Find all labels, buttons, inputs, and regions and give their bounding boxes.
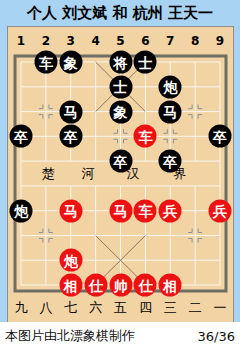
piece-black-horse: 马 [159,100,182,123]
file-label-bottom-4: 六 [89,299,102,317]
piece-red-soldier: 兵 [159,199,182,222]
file-label-top-6: 6 [141,34,149,48]
piece-red-elephant: 相 [159,274,182,297]
file-label-bottom-5: 五 [114,299,127,317]
file-label-top-1: 1 [17,34,25,48]
move-counter: 36/36 [198,329,235,344]
piece-black-advisor: 士 [134,51,157,74]
piece-black-soldier: 卒 [209,125,232,148]
piece-black-cannon: 炮 [159,75,182,98]
piece-black-soldier: 卒 [10,125,33,148]
piece-red-elephant: 相 [59,274,82,297]
page: 个人 刘文斌 和 杭州 王天一 123456789 九八七六五四三二一 楚河汉界… [0,0,240,350]
piece-red-general: 帅 [109,274,132,297]
piece-red-horse: 马 [59,199,82,222]
piece-black-elephant: 象 [109,100,132,123]
credit-text: 本图片由北漂象棋制作 [5,327,135,345]
footer-bar: 本图片由北漂象棋制作 36/36 [0,322,240,350]
piece-black-rook: 车 [34,51,57,74]
file-label-bottom-3: 七 [64,299,77,317]
piece-red-advisor: 仕 [84,274,107,297]
piece-black-cannon: 炮 [10,199,33,222]
river-char-2: 河 [82,165,95,183]
game-title: 个人 刘文斌 和 杭州 王天一 [0,0,240,26]
piece-black-horse: 马 [59,100,82,123]
piece-black-soldier: 卒 [159,150,182,173]
file-label-top-9: 9 [216,34,224,48]
piece-red-cannon: 炮 [59,249,82,272]
file-label-top-8: 8 [191,34,199,48]
file-label-top-7: 7 [166,34,174,48]
piece-red-advisor: 仕 [134,274,157,297]
file-label-bottom-2: 八 [39,299,52,317]
file-label-bottom-7: 三 [164,299,177,317]
file-label-bottom-9: 一 [214,299,227,317]
river-char-1: 楚 [42,165,55,183]
piece-black-elephant: 象 [59,51,82,74]
file-label-top-5: 5 [116,34,124,48]
piece-black-soldier: 卒 [109,150,132,173]
piece-black-general: 将 [109,51,132,74]
file-label-bottom-6: 四 [139,299,152,317]
file-label-top-4: 4 [91,34,99,48]
file-label-bottom-1: 九 [15,299,28,317]
piece-black-soldier: 卒 [59,125,82,148]
piece-red-rook: 车 [134,199,157,222]
piece-black-advisor: 士 [109,75,132,98]
piece-red-soldier: 兵 [209,199,232,222]
piece-red-rook: 车 [134,125,157,148]
file-label-top-2: 2 [42,34,50,48]
xiangqi-board: 123456789 九八七六五四三二一 楚河汉界 车象将士士炮马象马卒卒车卒卒卒… [7,26,234,324]
piece-red-horse: 马 [109,199,132,222]
file-label-bottom-8: 二 [189,299,202,317]
file-label-top-3: 3 [67,34,75,48]
